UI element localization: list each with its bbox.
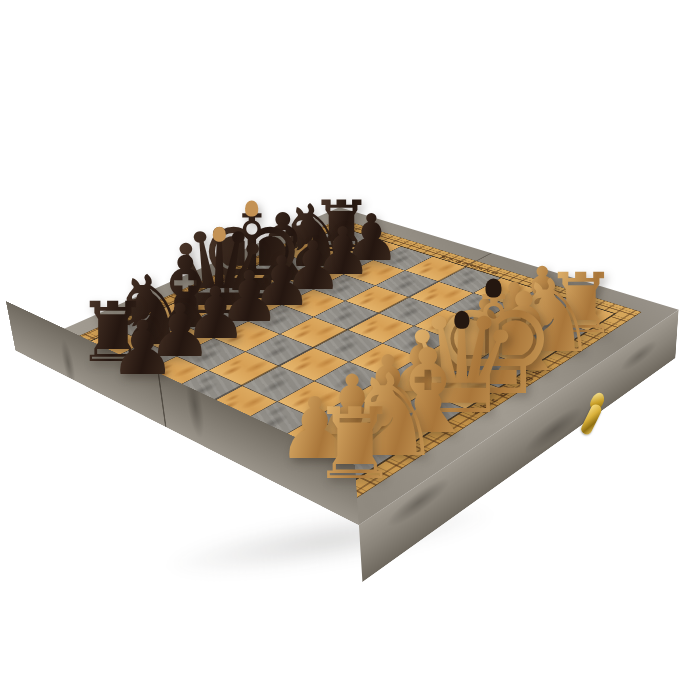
square-d4[interactable] <box>314 330 381 361</box>
square-e2[interactable] <box>420 340 489 372</box>
piece-finial <box>213 227 226 242</box>
square-d2[interactable] <box>387 358 457 392</box>
square-b2[interactable] <box>315 397 389 435</box>
square-c2[interactable] <box>352 377 424 413</box>
square-c3[interactable] <box>315 362 385 396</box>
chess-set-photo: a b c d e f g h a b c d e f g h 8 7 6 5 … <box>0 0 700 700</box>
square-f2[interactable] <box>451 322 518 353</box>
chess-board: a b c d e f g h a b c d e f g h 8 7 6 5 … <box>15 207 678 525</box>
piece-finial <box>245 201 259 217</box>
square-b5[interactable] <box>210 352 279 385</box>
